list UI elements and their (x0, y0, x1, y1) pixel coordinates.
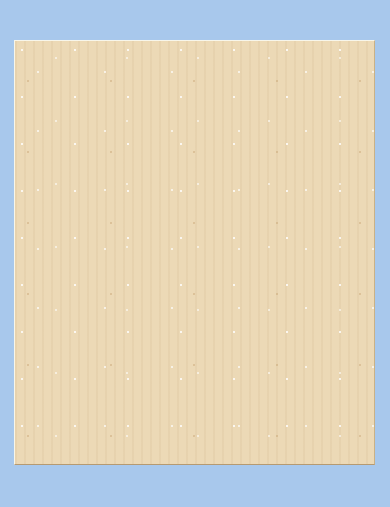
app-window (0, 0, 390, 507)
river-watermark (38, 237, 353, 275)
xiangqi-board (14, 40, 375, 465)
